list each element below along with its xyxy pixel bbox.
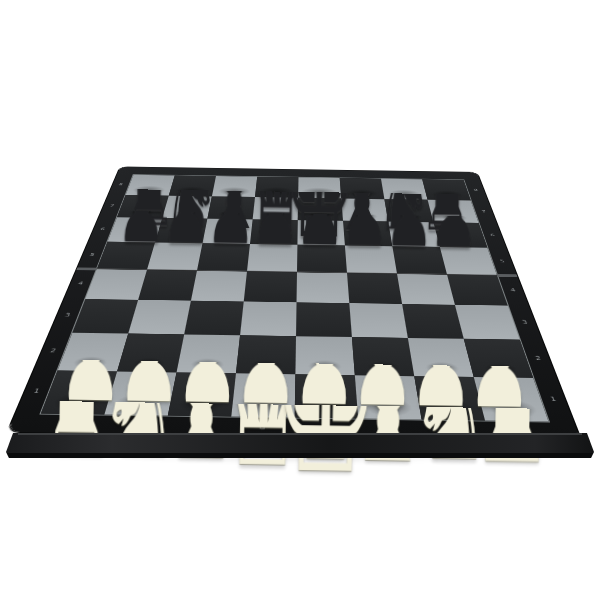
file-label: a bbox=[36, 421, 103, 429]
playfield: ♜♞♝♛♚♝♞♜♟♟♟♟♟♟♟♟♟♟♟♟♟♟♟♟♜♞♝♛♚♝♞♜ bbox=[41, 175, 549, 422]
square-d5 bbox=[247, 244, 297, 272]
square-c5 bbox=[197, 243, 250, 271]
square-g7: ♟ bbox=[384, 199, 433, 222]
square-d7: ♟ bbox=[253, 197, 299, 220]
square-a6 bbox=[108, 217, 163, 242]
square-c6 bbox=[202, 219, 252, 244]
square-h5 bbox=[440, 247, 497, 275]
square-a5 bbox=[97, 242, 155, 270]
file-label: e bbox=[294, 425, 359, 433]
square-h6 bbox=[433, 222, 487, 247]
case-front-edge bbox=[6, 433, 594, 458]
square-c7: ♟ bbox=[207, 196, 255, 219]
chess-board: ♜♞♝♛♚♝♞♜♟♟♟♟♟♟♟♟♟♟♟♟♟♟♟♟♜♞♝♛♚♝♞♜ abcdefg… bbox=[8, 167, 582, 441]
square-h7: ♟ bbox=[428, 200, 479, 223]
file-label: d bbox=[230, 424, 295, 432]
square-b7: ♟ bbox=[162, 196, 212, 219]
file-label: f bbox=[359, 426, 424, 434]
square-e5 bbox=[297, 245, 347, 273]
square-g5 bbox=[392, 246, 447, 274]
square-b6 bbox=[155, 218, 207, 243]
product-photo-scene: ♜♞♝♛♚♝♞♜♟♟♟♟♟♟♟♟♟♟♟♟♟♟♟♟♜♞♝♛♚♝♞♜ abcdefg… bbox=[0, 0, 600, 600]
square-d6 bbox=[250, 219, 298, 244]
square-b5 bbox=[147, 243, 202, 271]
file-label: c bbox=[165, 423, 230, 431]
square-e6 bbox=[297, 220, 344, 245]
square-h1: ♜ bbox=[474, 377, 549, 421]
square-g6 bbox=[388, 222, 440, 247]
square-f6 bbox=[343, 221, 392, 246]
file-label: b bbox=[100, 422, 166, 430]
square-f7: ♟ bbox=[341, 198, 388, 221]
square-e7: ♟ bbox=[298, 198, 343, 221]
square-f5 bbox=[345, 246, 397, 274]
